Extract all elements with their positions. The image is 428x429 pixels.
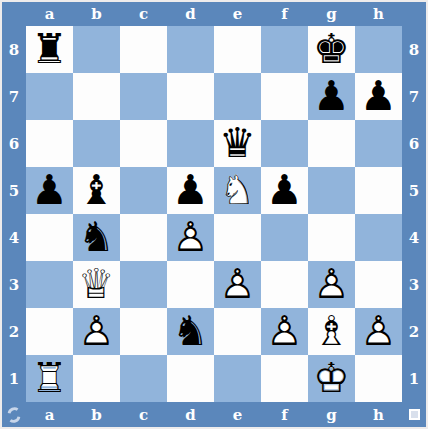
square-a3[interactable] bbox=[26, 261, 73, 308]
piece-black-pawn[interactable]: ♟ bbox=[261, 167, 308, 214]
square-g3[interactable]: ♟♙ bbox=[308, 261, 355, 308]
square-h1[interactable] bbox=[355, 355, 402, 402]
board-corner-bottom-right bbox=[402, 402, 426, 427]
square-f5[interactable]: ♟ bbox=[261, 167, 308, 214]
square-a6[interactable] bbox=[26, 120, 73, 167]
square-h6[interactable] bbox=[355, 120, 402, 167]
rank-label-right-7: 7 bbox=[402, 73, 426, 120]
piece-black-pawn[interactable]: ♟ bbox=[355, 73, 402, 120]
square-f2[interactable]: ♟♙ bbox=[261, 308, 308, 355]
file-label-bottom-h: h bbox=[355, 402, 402, 427]
square-h7[interactable]: ♟ bbox=[355, 73, 402, 120]
rank-label-right-5: 5 bbox=[402, 167, 426, 214]
square-a8[interactable]: ♜ bbox=[26, 26, 73, 73]
square-d4[interactable]: ♟♙ bbox=[167, 214, 214, 261]
file-label-top-h: h bbox=[355, 2, 402, 26]
square-b8[interactable] bbox=[73, 26, 120, 73]
piece-black-rook[interactable]: ♜ bbox=[26, 26, 73, 73]
square-h2[interactable]: ♟♙ bbox=[355, 308, 402, 355]
square-g8[interactable]: ♚ bbox=[308, 26, 355, 73]
board-frame: abcdefgh8♜♚87♟♟76♛65♟♝♟♞♘♟54♞♟♙43♛♕♟♙♟♙3… bbox=[0, 0, 428, 429]
square-c3[interactable] bbox=[120, 261, 167, 308]
rank-label-left-4: 4 bbox=[2, 214, 26, 261]
square-d6[interactable] bbox=[167, 120, 214, 167]
square-e6[interactable]: ♛ bbox=[214, 120, 261, 167]
file-label-top-c: c bbox=[120, 2, 167, 26]
file-label-top-b: b bbox=[73, 2, 120, 26]
file-label-bottom-f: f bbox=[261, 402, 308, 427]
file-label-top-d: d bbox=[167, 2, 214, 26]
square-a4[interactable] bbox=[26, 214, 73, 261]
rank-label-right-2: 2 bbox=[402, 308, 426, 355]
file-label-top-a: a bbox=[26, 2, 73, 26]
square-c6[interactable] bbox=[120, 120, 167, 167]
piece-white-pawn[interactable]: ♟♙ bbox=[73, 308, 120, 355]
piece-white-pawn[interactable]: ♟♙ bbox=[214, 261, 261, 308]
piece-white-knight[interactable]: ♞♘ bbox=[214, 167, 261, 214]
square-d3[interactable] bbox=[167, 261, 214, 308]
piece-black-queen[interactable]: ♛ bbox=[214, 120, 261, 167]
piece-black-knight[interactable]: ♞ bbox=[73, 214, 120, 261]
square-d5[interactable]: ♟ bbox=[167, 167, 214, 214]
rank-label-right-4: 4 bbox=[402, 214, 426, 261]
board-corner-bottom-left bbox=[2, 402, 26, 427]
square-c8[interactable] bbox=[120, 26, 167, 73]
square-a5[interactable]: ♟ bbox=[26, 167, 73, 214]
square-h4[interactable] bbox=[355, 214, 402, 261]
rank-label-left-2: 2 bbox=[2, 308, 26, 355]
chess-board: abcdefgh8♜♚87♟♟76♛65♟♝♟♞♘♟54♞♟♙43♛♕♟♙♟♙3… bbox=[2, 2, 426, 427]
square-g1[interactable]: ♚♔ bbox=[308, 355, 355, 402]
square-f6[interactable] bbox=[261, 120, 308, 167]
piece-white-pawn[interactable]: ♟♙ bbox=[308, 261, 355, 308]
square-g4[interactable] bbox=[308, 214, 355, 261]
piece-black-pawn[interactable]: ♟ bbox=[26, 167, 73, 214]
square-g2[interactable]: ♝♗ bbox=[308, 308, 355, 355]
flip-board-icon[interactable] bbox=[6, 407, 22, 423]
rank-label-right-3: 3 bbox=[402, 261, 426, 308]
square-f7[interactable] bbox=[261, 73, 308, 120]
file-label-top-e: e bbox=[214, 2, 261, 26]
square-e2[interactable] bbox=[214, 308, 261, 355]
piece-black-knight[interactable]: ♞ bbox=[167, 308, 214, 355]
rank-label-left-7: 7 bbox=[2, 73, 26, 120]
square-a2[interactable] bbox=[26, 308, 73, 355]
square-c7[interactable] bbox=[120, 73, 167, 120]
square-b3[interactable]: ♛♕ bbox=[73, 261, 120, 308]
square-h5[interactable] bbox=[355, 167, 402, 214]
file-label-bottom-e: e bbox=[214, 402, 261, 427]
file-label-bottom-a: a bbox=[26, 402, 73, 427]
piece-white-pawn[interactable]: ♟♙ bbox=[167, 214, 214, 261]
square-b6[interactable] bbox=[73, 120, 120, 167]
square-b2[interactable]: ♟♙ bbox=[73, 308, 120, 355]
square-b7[interactable] bbox=[73, 73, 120, 120]
board-corner-top-left bbox=[2, 2, 26, 26]
square-h3[interactable] bbox=[355, 261, 402, 308]
square-e5[interactable]: ♞♘ bbox=[214, 167, 261, 214]
piece-black-pawn[interactable]: ♟ bbox=[167, 167, 214, 214]
file-label-bottom-g: g bbox=[308, 402, 355, 427]
square-f1[interactable] bbox=[261, 355, 308, 402]
square-f4[interactable] bbox=[261, 214, 308, 261]
square-e7[interactable] bbox=[214, 73, 261, 120]
square-b5[interactable]: ♝ bbox=[73, 167, 120, 214]
square-f8[interactable] bbox=[261, 26, 308, 73]
piece-white-pawn[interactable]: ♟♙ bbox=[355, 308, 402, 355]
square-e3[interactable]: ♟♙ bbox=[214, 261, 261, 308]
piece-white-queen[interactable]: ♛♕ bbox=[73, 261, 120, 308]
square-c1[interactable] bbox=[120, 355, 167, 402]
file-label-top-g: g bbox=[308, 2, 355, 26]
square-b1[interactable] bbox=[73, 355, 120, 402]
rank-label-left-8: 8 bbox=[2, 26, 26, 73]
square-d2[interactable]: ♞ bbox=[167, 308, 214, 355]
square-h8[interactable] bbox=[355, 26, 402, 73]
square-b4[interactable]: ♞ bbox=[73, 214, 120, 261]
file-label-top-f: f bbox=[261, 2, 308, 26]
file-label-bottom-d: d bbox=[167, 402, 214, 427]
square-a1[interactable]: ♜♖ bbox=[26, 355, 73, 402]
piece-black-bishop[interactable]: ♝ bbox=[73, 167, 120, 214]
rank-label-left-3: 3 bbox=[2, 261, 26, 308]
square-c5[interactable] bbox=[120, 167, 167, 214]
piece-white-bishop[interactable]: ♝♗ bbox=[308, 308, 355, 355]
square-f3[interactable] bbox=[261, 261, 308, 308]
square-e8[interactable] bbox=[214, 26, 261, 73]
square-c4[interactable] bbox=[120, 214, 167, 261]
square-a7[interactable] bbox=[26, 73, 73, 120]
square-d7[interactable] bbox=[167, 73, 214, 120]
rank-label-right-8: 8 bbox=[402, 26, 426, 73]
file-label-bottom-b: b bbox=[73, 402, 120, 427]
piece-black-pawn[interactable]: ♟ bbox=[308, 73, 355, 120]
rank-label-left-6: 6 bbox=[2, 120, 26, 167]
square-g7[interactable]: ♟ bbox=[308, 73, 355, 120]
square-c2[interactable] bbox=[120, 308, 167, 355]
rank-label-left-1: 1 bbox=[2, 355, 26, 402]
square-e4[interactable] bbox=[214, 214, 261, 261]
piece-black-king[interactable]: ♚ bbox=[308, 26, 355, 73]
piece-white-pawn[interactable]: ♟♙ bbox=[261, 308, 308, 355]
file-label-bottom-c: c bbox=[120, 402, 167, 427]
board-corner-top-right bbox=[402, 2, 426, 26]
square-d1[interactable] bbox=[167, 355, 214, 402]
piece-white-rook[interactable]: ♜♖ bbox=[26, 355, 73, 402]
square-d8[interactable] bbox=[167, 26, 214, 73]
rank-label-right-1: 1 bbox=[402, 355, 426, 402]
piece-white-king[interactable]: ♚♔ bbox=[308, 355, 355, 402]
square-e1[interactable] bbox=[214, 355, 261, 402]
resize-handle-icon[interactable] bbox=[409, 409, 420, 420]
rank-label-left-5: 5 bbox=[2, 167, 26, 214]
rank-label-right-6: 6 bbox=[402, 120, 426, 167]
square-g5[interactable] bbox=[308, 167, 355, 214]
square-g6[interactable] bbox=[308, 120, 355, 167]
